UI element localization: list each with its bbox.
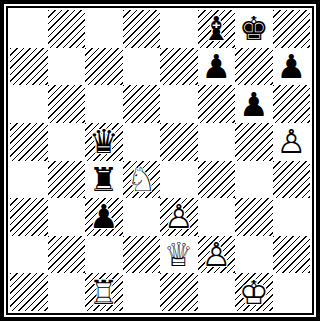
square-g2[interactable] — [235, 236, 273, 274]
square-b2[interactable] — [48, 236, 86, 274]
square-d8[interactable] — [123, 10, 161, 48]
piece-white-queen: ♛♕ — [160, 236, 198, 274]
square-g6[interactable]: ♟ — [235, 85, 273, 123]
piece-black-pawn: ♟ — [85, 198, 123, 236]
square-a8[interactable] — [10, 10, 48, 48]
square-h8[interactable] — [273, 10, 311, 48]
chessboard: ♝♚♟♟♟♛♟♙♜♞♘♟♟♙♛♕♟♙♜♖♚♔ — [10, 10, 310, 311]
piece-black-bishop: ♝ — [198, 10, 236, 48]
square-f4[interactable] — [198, 161, 236, 199]
square-b6[interactable] — [48, 85, 86, 123]
square-h3[interactable] — [273, 198, 311, 236]
square-f1[interactable] — [198, 273, 236, 311]
piece-black-rook: ♜ — [85, 161, 123, 199]
square-c8[interactable] — [85, 10, 123, 48]
square-c6[interactable] — [85, 85, 123, 123]
piece-white-king: ♚♔ — [235, 273, 273, 311]
piece-white-knight: ♞♘ — [123, 161, 161, 199]
square-b5[interactable] — [48, 123, 86, 161]
square-e4[interactable] — [160, 161, 198, 199]
square-c5[interactable]: ♛ — [85, 123, 123, 161]
square-e3[interactable]: ♟♙ — [160, 198, 198, 236]
square-g5[interactable] — [235, 123, 273, 161]
square-f8[interactable]: ♝ — [198, 10, 236, 48]
piece-outline-layer: ♙ — [164, 200, 194, 233]
square-d3[interactable] — [123, 198, 161, 236]
square-c7[interactable] — [85, 48, 123, 86]
square-e5[interactable] — [160, 123, 198, 161]
square-d4[interactable]: ♞♘ — [123, 161, 161, 199]
square-a3[interactable] — [10, 198, 48, 236]
piece-white-pawn: ♟♙ — [273, 123, 311, 161]
square-a6[interactable] — [10, 85, 48, 123]
square-g4[interactable] — [235, 161, 273, 199]
piece-black-pawn: ♟ — [273, 48, 311, 86]
piece-outline-layer: ♕ — [164, 238, 194, 271]
square-d2[interactable] — [123, 236, 161, 274]
piece-outline-layer: ♖ — [89, 276, 119, 309]
square-e8[interactable] — [160, 10, 198, 48]
square-b8[interactable] — [48, 10, 86, 48]
square-c2[interactable] — [85, 236, 123, 274]
square-a5[interactable] — [10, 123, 48, 161]
square-c3[interactable]: ♟ — [85, 198, 123, 236]
square-a2[interactable] — [10, 236, 48, 274]
square-g7[interactable] — [235, 48, 273, 86]
square-e2[interactable]: ♛♕ — [160, 236, 198, 274]
square-f2[interactable]: ♟♙ — [198, 236, 236, 274]
piece-outline-layer: ♙ — [276, 125, 306, 158]
square-h6[interactable] — [273, 85, 311, 123]
square-a4[interactable] — [10, 161, 48, 199]
square-f7[interactable]: ♟ — [198, 48, 236, 86]
piece-black-king: ♚ — [235, 10, 273, 48]
piece-black-pawn: ♟ — [235, 85, 273, 123]
square-h1[interactable] — [273, 273, 311, 311]
square-f6[interactable] — [198, 85, 236, 123]
square-c4[interactable]: ♜ — [85, 161, 123, 199]
piece-black-queen: ♛ — [85, 123, 123, 161]
square-e6[interactable] — [160, 85, 198, 123]
square-h5[interactable]: ♟♙ — [273, 123, 311, 161]
square-d6[interactable] — [123, 85, 161, 123]
piece-black-pawn: ♟ — [198, 48, 236, 86]
square-e1[interactable] — [160, 273, 198, 311]
square-a7[interactable] — [10, 48, 48, 86]
square-g8[interactable]: ♚ — [235, 10, 273, 48]
square-f5[interactable] — [198, 123, 236, 161]
piece-outline-layer: ♙ — [201, 238, 231, 271]
piece-white-pawn: ♟♙ — [160, 198, 198, 236]
square-a1[interactable] — [10, 273, 48, 311]
square-b4[interactable] — [48, 161, 86, 199]
piece-white-pawn: ♟♙ — [198, 236, 236, 274]
square-e7[interactable] — [160, 48, 198, 86]
square-g1[interactable]: ♚♔ — [235, 273, 273, 311]
square-b1[interactable] — [48, 273, 86, 311]
square-g3[interactable] — [235, 198, 273, 236]
square-h2[interactable] — [273, 236, 311, 274]
square-d7[interactable] — [123, 48, 161, 86]
piece-outline-layer: ♔ — [239, 276, 269, 309]
square-d5[interactable] — [123, 123, 161, 161]
piece-outline-layer: ♘ — [126, 163, 156, 196]
square-f3[interactable] — [198, 198, 236, 236]
chessboard-frame: ♝♚♟♟♟♛♟♙♜♞♘♟♟♙♛♕♟♙♜♖♚♔ — [0, 0, 320, 321]
square-b7[interactable] — [48, 48, 86, 86]
square-h7[interactable]: ♟ — [273, 48, 311, 86]
piece-white-rook: ♜♖ — [85, 273, 123, 311]
square-b3[interactable] — [48, 198, 86, 236]
square-d1[interactable] — [123, 273, 161, 311]
square-c1[interactable]: ♜♖ — [85, 273, 123, 311]
square-h4[interactable] — [273, 161, 311, 199]
chessboard-inner-border: ♝♚♟♟♟♛♟♙♜♞♘♟♟♙♛♕♟♙♜♖♚♔ — [6, 6, 314, 315]
